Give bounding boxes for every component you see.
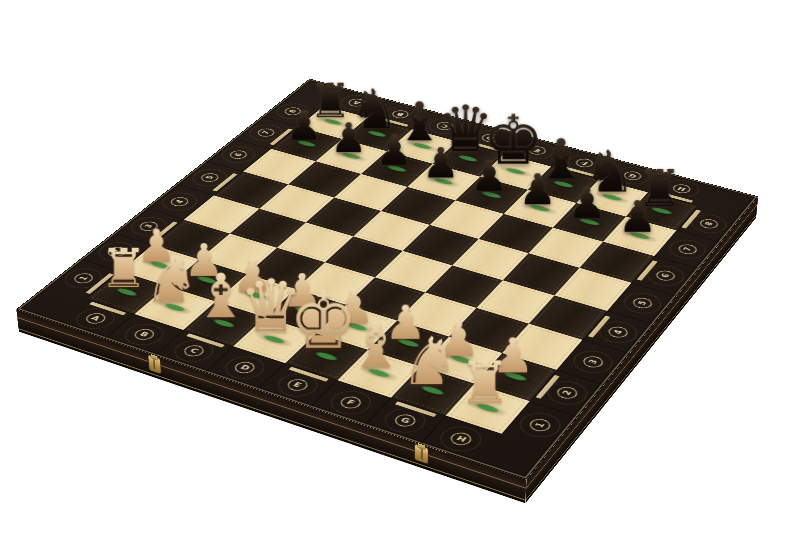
rank-label: 7 <box>676 243 700 256</box>
file-label: G <box>392 412 419 428</box>
file-label: D <box>479 133 501 144</box>
file-label: B <box>389 109 411 120</box>
file-label: C <box>434 121 456 132</box>
rank-label: 5 <box>630 296 655 310</box>
rank-label: 4 <box>168 196 192 208</box>
white-rook-h1[interactable]: ♜ <box>451 345 518 412</box>
file-label: E <box>284 377 311 393</box>
file-label: G <box>621 170 644 182</box>
file-label: F <box>573 157 595 168</box>
file-label: A <box>345 97 367 107</box>
rank-label: 7 <box>255 127 278 138</box>
file-label: H <box>447 431 475 448</box>
file-label: C <box>181 343 208 358</box>
photo-stage: ABCDEFGH ABCDEFGH 87654321 87654321 ♜♞♝♛… <box>0 0 800 533</box>
rank-label: 6 <box>227 149 250 160</box>
chessboard-viewport: ABCDEFGH ABCDEFGH 87654321 87654321 ♜♞♝♛… <box>130 0 675 523</box>
rank-label: 8 <box>698 217 721 229</box>
brass-clasp <box>415 444 428 464</box>
rank-label: 3 <box>580 354 606 369</box>
file-label: B <box>131 327 158 342</box>
rank-label: 8 <box>282 106 304 116</box>
file-label: F <box>337 395 364 411</box>
chessboard: ABCDEFGH ABCDEFGH 87654321 87654321 ♜♞♝♛… <box>16 79 758 480</box>
rank-label: 5 <box>198 172 222 184</box>
rank-label: 6 <box>653 269 677 282</box>
rank-label: 2 <box>554 385 581 401</box>
rank-label: 4 <box>606 325 631 340</box>
file-label: A <box>82 311 109 325</box>
file-label: H <box>671 183 694 195</box>
brass-clasp <box>148 355 161 374</box>
rank-label: 1 <box>526 417 553 433</box>
file-label: E <box>526 145 548 156</box>
file-label: D <box>232 360 259 375</box>
